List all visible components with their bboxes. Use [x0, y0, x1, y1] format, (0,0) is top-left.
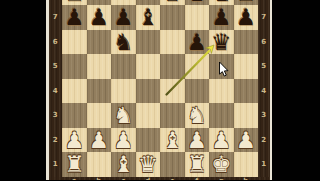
board-frame-bottom [49, 177, 270, 181]
square-d6[interactable] [136, 30, 161, 55]
chess-board[interactable]: ♜♚♝♞♜♟♟♟♝♟♟♞♟♛♞♞♟♟♟♝♟♟♟♜♝♛♜♚ [62, 0, 258, 177]
piece-white-bishop-e2[interactable]: ♝ [162, 128, 182, 153]
square-b2[interactable]: ♟ [87, 128, 112, 153]
piece-white-king-g1[interactable]: ♚ [211, 152, 231, 177]
square-b7[interactable]: ♟ [87, 5, 112, 30]
square-d3[interactable] [136, 103, 161, 128]
file-label-f: f [195, 177, 198, 180]
file-label-d: d [145, 177, 150, 180]
square-h5[interactable] [234, 54, 259, 79]
square-f2[interactable]: ♟ [185, 128, 210, 153]
square-e7[interactable] [160, 5, 185, 30]
rank-label-left-4: 4 [53, 87, 58, 95]
piece-white-rook-f1[interactable]: ♜ [187, 152, 207, 177]
piece-black-pawn-a7[interactable]: ♟ [64, 5, 84, 30]
square-d4[interactable] [136, 79, 161, 104]
piece-black-knight-c6[interactable]: ♞ [113, 30, 133, 55]
piece-black-pawn-c7[interactable]: ♟ [113, 5, 133, 30]
square-b5[interactable] [87, 54, 112, 79]
square-b3[interactable] [87, 103, 112, 128]
rank-label-left-7: 7 [53, 13, 58, 21]
rank-label-left-3: 3 [53, 111, 58, 119]
square-c4[interactable] [111, 79, 136, 104]
file-label-a: a [72, 177, 77, 180]
rank-label-left-2: 2 [53, 136, 58, 144]
square-g2[interactable]: ♟ [209, 128, 234, 153]
square-c3[interactable]: ♞ [111, 103, 136, 128]
rank-label-left-5: 5 [53, 62, 58, 70]
piece-white-queen-d1[interactable]: ♛ [138, 152, 158, 177]
square-b6[interactable] [87, 30, 112, 55]
rank-label-left-1: 1 [53, 160, 58, 168]
square-f5[interactable] [185, 54, 210, 79]
piece-white-pawn-b2[interactable]: ♟ [89, 128, 109, 153]
square-h1[interactable] [234, 152, 259, 177]
square-c5[interactable] [111, 54, 136, 79]
file-label-e: e [170, 177, 175, 180]
square-b4[interactable] [87, 79, 112, 104]
piece-white-knight-f3[interactable]: ♞ [187, 103, 207, 128]
square-c2[interactable]: ♟ [111, 128, 136, 153]
square-c1[interactable]: ♝ [111, 152, 136, 177]
square-g3[interactable] [209, 103, 234, 128]
square-g5[interactable] [209, 54, 234, 79]
frame-highlight-right [270, 0, 273, 180]
square-d7[interactable]: ♝ [136, 5, 161, 30]
square-c6[interactable]: ♞ [111, 30, 136, 55]
rank-label-right-6: 6 [261, 38, 266, 46]
file-label-c: c [121, 177, 125, 180]
rank-label-right-7: 7 [261, 13, 266, 21]
square-f3[interactable]: ♞ [185, 103, 210, 128]
square-f4[interactable] [185, 79, 210, 104]
piece-black-pawn-h7[interactable]: ♟ [236, 5, 256, 30]
frame-highlight-left [46, 0, 49, 180]
square-e1[interactable] [160, 152, 185, 177]
square-a2[interactable]: ♟ [62, 128, 87, 153]
piece-white-knight-c3[interactable]: ♞ [113, 103, 133, 128]
file-label-g: g [219, 177, 224, 180]
square-h2[interactable]: ♟ [234, 128, 259, 153]
rank-label-left-6: 6 [53, 38, 58, 46]
square-a1[interactable]: ♜ [62, 152, 87, 177]
square-h4[interactable] [234, 79, 259, 104]
square-f6[interactable]: ♟ [185, 30, 210, 55]
square-e5[interactable] [160, 54, 185, 79]
square-f7[interactable] [185, 5, 210, 30]
square-a6[interactable] [62, 30, 87, 55]
rank-label-right-5: 5 [261, 62, 266, 70]
square-d5[interactable] [136, 54, 161, 79]
piece-white-pawn-c2[interactable]: ♟ [113, 128, 133, 153]
square-f1[interactable]: ♜ [185, 152, 210, 177]
rank-label-right-4: 4 [261, 87, 266, 95]
rank-label-right-2: 2 [261, 136, 266, 144]
square-d2[interactable] [136, 128, 161, 153]
rank-label-right-1: 1 [261, 160, 266, 168]
piece-white-pawn-a2[interactable]: ♟ [64, 128, 84, 153]
square-h6[interactable] [234, 30, 259, 55]
square-h7[interactable]: ♟ [234, 5, 259, 30]
square-h3[interactable] [234, 103, 259, 128]
chess-app-screen: ♜♚♝♞♜♟♟♟♝♟♟♞♟♛♞♞♟♟♟♝♟♟♟♜♝♛♜♚ 88776655443… [0, 0, 320, 180]
piece-white-pawn-f2[interactable]: ♟ [187, 128, 207, 153]
square-e6[interactable] [160, 30, 185, 55]
square-e2[interactable]: ♝ [160, 128, 185, 153]
square-d1[interactable]: ♛ [136, 152, 161, 177]
square-e4[interactable] [160, 79, 185, 104]
square-g7[interactable]: ♟ [209, 5, 234, 30]
square-a7[interactable]: ♟ [62, 5, 87, 30]
piece-black-bishop-d7[interactable]: ♝ [138, 5, 158, 30]
square-b1[interactable] [87, 152, 112, 177]
piece-white-pawn-g2[interactable]: ♟ [211, 128, 231, 153]
piece-white-pawn-h2[interactable]: ♟ [236, 128, 256, 153]
square-e3[interactable] [160, 103, 185, 128]
square-g4[interactable] [209, 79, 234, 104]
square-g1[interactable]: ♚ [209, 152, 234, 177]
file-label-b: b [96, 177, 101, 180]
piece-white-bishop-c1[interactable]: ♝ [113, 152, 133, 177]
piece-black-pawn-f6[interactable]: ♟ [187, 30, 207, 55]
rank-label-right-3: 3 [261, 111, 266, 119]
piece-black-pawn-g7[interactable]: ♟ [211, 5, 231, 30]
file-label-h: h [243, 177, 248, 180]
square-a3[interactable] [62, 103, 87, 128]
piece-black-pawn-b7[interactable]: ♟ [89, 5, 109, 30]
square-a4[interactable] [62, 79, 87, 104]
square-g6[interactable]: ♛ [209, 30, 234, 55]
square-a5[interactable] [62, 54, 87, 79]
square-c7[interactable]: ♟ [111, 5, 136, 30]
piece-white-rook-a1[interactable]: ♜ [64, 152, 84, 177]
piece-black-queen-g6[interactable]: ♛ [211, 30, 231, 55]
